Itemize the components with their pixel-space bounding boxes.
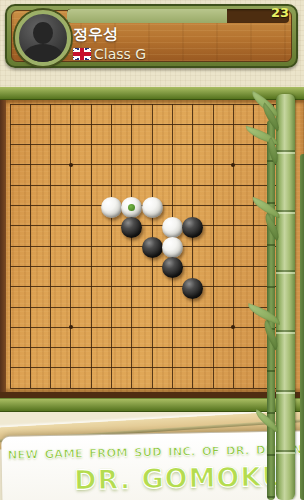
star-point [231,325,235,329]
grid-line-horizontal [10,266,294,267]
black-stone [182,217,203,238]
xp-progress-fill [67,9,227,23]
star-point [231,163,235,167]
grid-line-vertical [192,104,193,388]
white-stone [162,217,183,238]
gomoku-board[interactable] [0,100,304,398]
uk-flag-icon [73,48,91,60]
bamboo-stalk-edge [300,154,304,500]
star-point [69,325,73,329]
star-point [69,163,73,167]
black-stone [142,237,163,258]
promo-text-line2: DR. GOMOKU! [2,460,299,497]
white-stone [162,237,183,258]
player-avatar[interactable] [15,10,71,66]
bamboo-decoration [264,94,304,500]
last-move-marker [128,204,135,211]
player-class-label: Class G [94,46,146,62]
avatar-person-icon [33,22,53,44]
player-hud: 23 정우성 Class G [5,4,298,68]
board-left-edge [0,100,6,392]
black-stone [162,257,183,278]
grid-line-horizontal [10,327,294,328]
grid-line-horizontal [10,367,294,368]
grid-line-horizontal [10,347,294,348]
black-stone [182,278,203,299]
white-stone [101,197,122,218]
game-screen: 23 정우성 Class G NEW GAME FROM SUD INC. OF… [0,0,304,500]
bamboo-stalk-main [276,94,295,500]
white-stone [142,197,163,218]
bamboo-stalk-thin [267,120,275,500]
player-class-row: Class G [73,46,146,62]
player-name: 정우성 [73,25,118,44]
promo-area: NEW GAME FROM SUD INC. OF DR. DRIVING, D… [0,412,304,500]
grid-line-vertical [253,104,254,388]
promo-banner[interactable]: NEW GAME FROM SUD INC. OF DR. DRIVING, D… [1,431,304,500]
grid-line-vertical [233,104,234,388]
grid-line-vertical [213,104,214,388]
grid-line-horizontal [10,286,294,287]
white-stone [121,197,142,218]
promo-text-line1: NEW GAME FROM SUD INC. OF DR. DRIVING, [7,442,304,462]
avatar-person-shoulders [23,44,63,66]
xp-progress-bar [67,9,289,23]
score-value: 23 [271,6,289,20]
grid-line-horizontal [10,388,294,389]
black-stone [121,217,142,238]
